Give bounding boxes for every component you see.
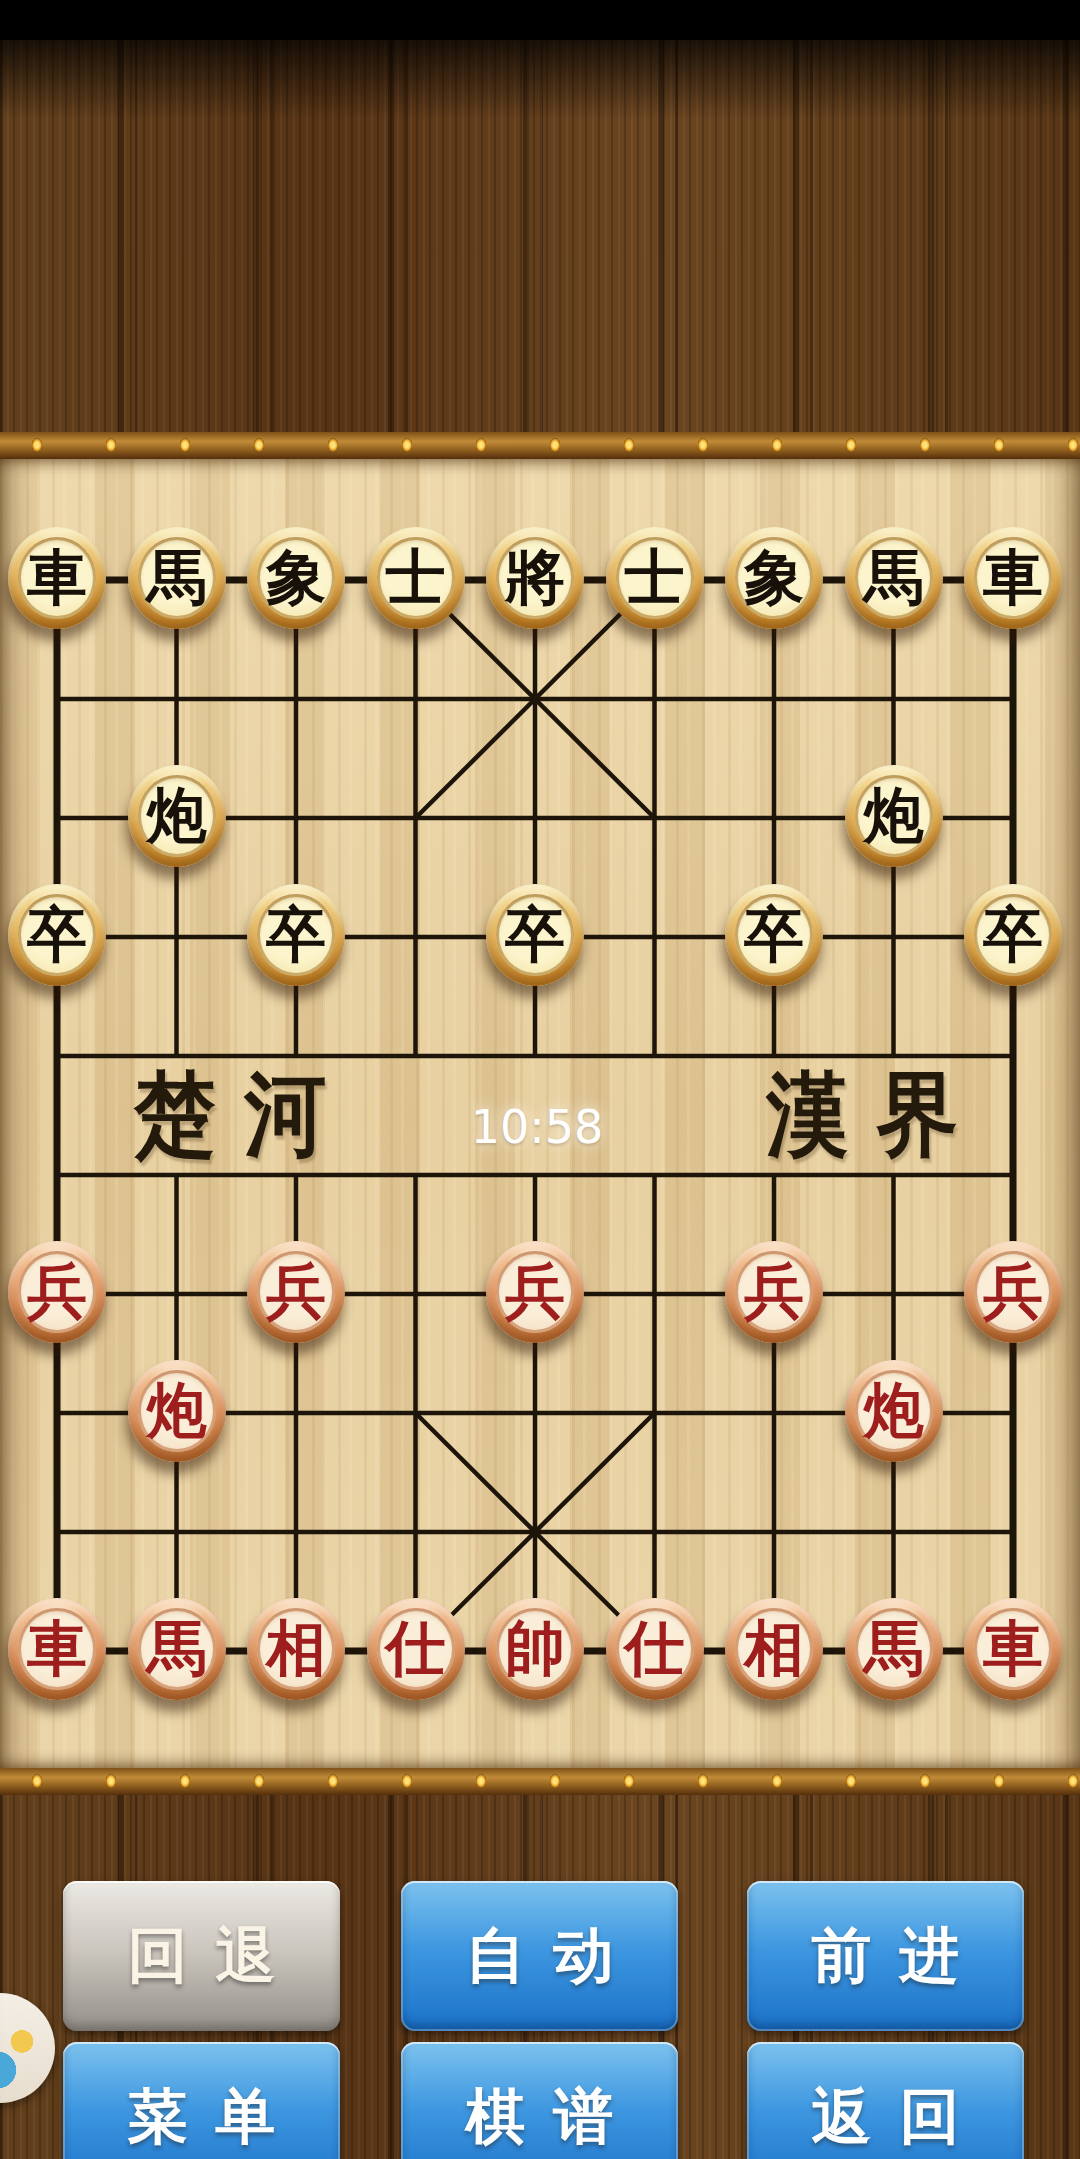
red-soldier[interactable]: 兵 — [8, 1241, 106, 1343]
piece-glyph: 炮 — [864, 786, 924, 846]
piece-glyph: 炮 — [147, 786, 207, 846]
forward-button[interactable]: 前进 — [747, 1881, 1024, 2031]
piece-glyph: 帥 — [505, 1619, 565, 1679]
piece-glyph: 士 — [386, 548, 446, 608]
top-shadow-fade — [0, 40, 1080, 120]
piece-glyph: 車 — [983, 548, 1043, 608]
black-horse[interactable]: 馬 — [845, 527, 943, 629]
piece-glyph: 炮 — [864, 1381, 924, 1441]
piece-glyph: 兵 — [983, 1262, 1043, 1322]
piece-glyph: 將 — [505, 548, 565, 608]
piece-glyph: 象 — [744, 548, 804, 608]
red-rook[interactable]: 車 — [8, 1598, 106, 1700]
piece-glyph: 炮 — [147, 1381, 207, 1441]
piece-glyph: 兵 — [27, 1262, 87, 1322]
xiangqi-app-screen: { "game": "xiangqi", "position": { "fen"… — [0, 0, 1080, 2159]
red-elephant[interactable]: 相 — [725, 1598, 823, 1700]
piece-glyph: 馬 — [864, 1619, 924, 1679]
piece-glyph: 仕 — [386, 1619, 446, 1679]
game-record-button[interactable]: 棋谱 — [401, 2042, 678, 2159]
back-button-label: 返回 — [812, 2077, 988, 2158]
piece-glyph: 馬 — [147, 1619, 207, 1679]
piece-glyph: 馬 — [864, 548, 924, 608]
red-horse[interactable]: 馬 — [845, 1598, 943, 1700]
black-soldier[interactable]: 卒 — [725, 884, 823, 986]
black-soldier[interactable]: 卒 — [964, 884, 1062, 986]
piece-glyph: 車 — [27, 548, 87, 608]
undo-button[interactable]: 回退 — [63, 1881, 340, 2031]
piece-glyph: 相 — [266, 1619, 326, 1679]
forward-button-label: 前进 — [812, 1916, 988, 1997]
piece-glyph: 車 — [983, 1619, 1043, 1679]
black-advisor[interactable]: 士 — [606, 527, 704, 629]
piece-glyph: 相 — [744, 1619, 804, 1679]
black-rook[interactable]: 車 — [8, 527, 106, 629]
assistive-floating-ball[interactable] — [0, 1993, 55, 2103]
piece-glyph: 卒 — [505, 905, 565, 965]
red-horse[interactable]: 馬 — [128, 1598, 226, 1700]
undo-button-label: 回退 — [128, 1916, 304, 1997]
black-soldier[interactable]: 卒 — [247, 884, 345, 986]
game-clock: 10:58 — [471, 1100, 604, 1154]
river-label-right: 漢界 — [766, 1049, 986, 1182]
red-soldier[interactable]: 兵 — [247, 1241, 345, 1343]
piece-glyph: 象 — [266, 548, 326, 608]
piece-glyph: 士 — [625, 548, 685, 608]
board-frame-rivet-strip-bottom — [0, 1768, 1080, 1795]
auto-play-button-label: 自动 — [466, 1916, 642, 1997]
red-rook[interactable]: 車 — [964, 1598, 1062, 1700]
red-advisor[interactable]: 仕 — [606, 1598, 704, 1700]
piece-glyph: 卒 — [27, 905, 87, 965]
menu-button-label: 菜单 — [128, 2077, 304, 2158]
river-label-left: 楚河 — [134, 1049, 354, 1182]
black-advisor[interactable]: 士 — [367, 527, 465, 629]
red-cannon[interactable]: 炮 — [128, 1360, 226, 1462]
black-cannon[interactable]: 炮 — [128, 765, 226, 867]
piece-glyph: 馬 — [147, 548, 207, 608]
black-soldier[interactable]: 卒 — [486, 884, 584, 986]
piece-glyph: 兵 — [266, 1262, 326, 1322]
piece-glyph: 兵 — [744, 1262, 804, 1322]
piece-glyph: 兵 — [505, 1262, 565, 1322]
red-general[interactable]: 帥 — [486, 1598, 584, 1700]
piece-glyph: 卒 — [983, 905, 1043, 965]
red-elephant[interactable]: 相 — [247, 1598, 345, 1700]
menu-button[interactable]: 菜单 — [63, 2042, 340, 2159]
black-rook[interactable]: 車 — [964, 527, 1062, 629]
black-cannon[interactable]: 炮 — [845, 765, 943, 867]
black-elephant[interactable]: 象 — [725, 527, 823, 629]
board-frame-rivet-strip-top — [0, 432, 1080, 459]
piece-glyph: 卒 — [744, 905, 804, 965]
auto-play-button[interactable]: 自动 — [401, 1881, 678, 2031]
red-soldier[interactable]: 兵 — [725, 1241, 823, 1343]
black-horse[interactable]: 馬 — [128, 527, 226, 629]
back-button[interactable]: 返回 — [747, 2042, 1024, 2159]
red-advisor[interactable]: 仕 — [367, 1598, 465, 1700]
piece-glyph: 卒 — [266, 905, 326, 965]
black-general[interactable]: 將 — [486, 527, 584, 629]
black-soldier[interactable]: 卒 — [8, 884, 106, 986]
red-cannon[interactable]: 炮 — [845, 1360, 943, 1462]
piece-glyph: 仕 — [625, 1619, 685, 1679]
red-soldier[interactable]: 兵 — [964, 1241, 1062, 1343]
status-bar-letterbox — [0, 0, 1080, 40]
red-soldier[interactable]: 兵 — [486, 1241, 584, 1343]
piece-glyph: 車 — [27, 1619, 87, 1679]
black-elephant[interactable]: 象 — [247, 527, 345, 629]
game-record-button-label: 棋谱 — [466, 2077, 642, 2158]
